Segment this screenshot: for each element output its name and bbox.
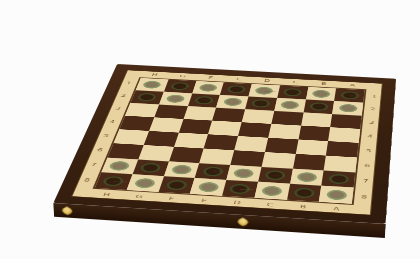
piece-glyph: ♜ bbox=[317, 156, 356, 196]
square-b3[interactable] bbox=[301, 112, 333, 127]
piece-glyph: ♟ bbox=[190, 73, 218, 102]
square-b8[interactable]: ♞ bbox=[287, 184, 322, 202]
piece-glyph: ♟ bbox=[305, 79, 333, 108]
piece-glyph: ♟ bbox=[218, 74, 246, 103]
brass-latch-icon bbox=[237, 217, 248, 226]
chess-set-photo: HGFEDCBA HGFEDCBA 12345678 12345678 ♜♞♝♚… bbox=[0, 0, 420, 259]
piece-glyph: ♟ bbox=[133, 70, 161, 99]
piece-glyph: ♟ bbox=[162, 71, 190, 100]
square-a8[interactable]: ♜ bbox=[319, 186, 353, 204]
rank-label-1: 1 bbox=[366, 89, 382, 103]
piece-glyph: ♟ bbox=[247, 76, 275, 105]
file-label-d: D bbox=[219, 197, 254, 208]
chess-board: HGFEDCBA HGFEDCBA 12345678 12345678 ♜♞♝♚… bbox=[53, 64, 396, 224]
brass-latch-icon bbox=[62, 206, 73, 215]
piece-glyph: ♟ bbox=[334, 80, 362, 109]
board-box-right-side bbox=[385, 79, 396, 238]
board-grid: ♜♞♝♚♛♝♞♜♟♟♟♟♟♟♟♟♟♟♟♟♟♟♟♟♜♞♝♚♛♝♞♜ bbox=[92, 77, 366, 205]
piece-glyph: ♟ bbox=[276, 77, 304, 106]
